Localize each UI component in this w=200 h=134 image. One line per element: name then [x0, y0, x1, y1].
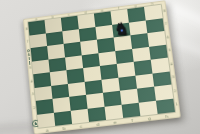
stamp-print-mark [28, 57, 30, 60]
piece-base-highlight [121, 29, 123, 31]
photo-scene: abcdefgh abcdefgh 87654321 87654321 ♞ ♞ [0, 0, 200, 134]
square-a1[interactable] [37, 112, 55, 127]
stamp-print-mark [29, 61, 31, 64]
grid: ♞ [28, 5, 175, 128]
square-f7[interactable]: ♞ [112, 22, 130, 37]
square-f1[interactable] [122, 102, 141, 118]
square-e1[interactable] [104, 104, 123, 120]
square-g1[interactable] [139, 100, 158, 116]
square-c1[interactable] [71, 108, 89, 124]
square-b1[interactable] [54, 110, 72, 126]
stamp-print-mark [28, 53, 30, 56]
square-d1[interactable] [88, 106, 107, 122]
square-h1[interactable] [156, 98, 175, 114]
stamp-circle-icon [27, 49, 30, 52]
chess-board: abcdefgh abcdefgh 87654321 87654321 ♞ ♞ [23, 0, 181, 134]
